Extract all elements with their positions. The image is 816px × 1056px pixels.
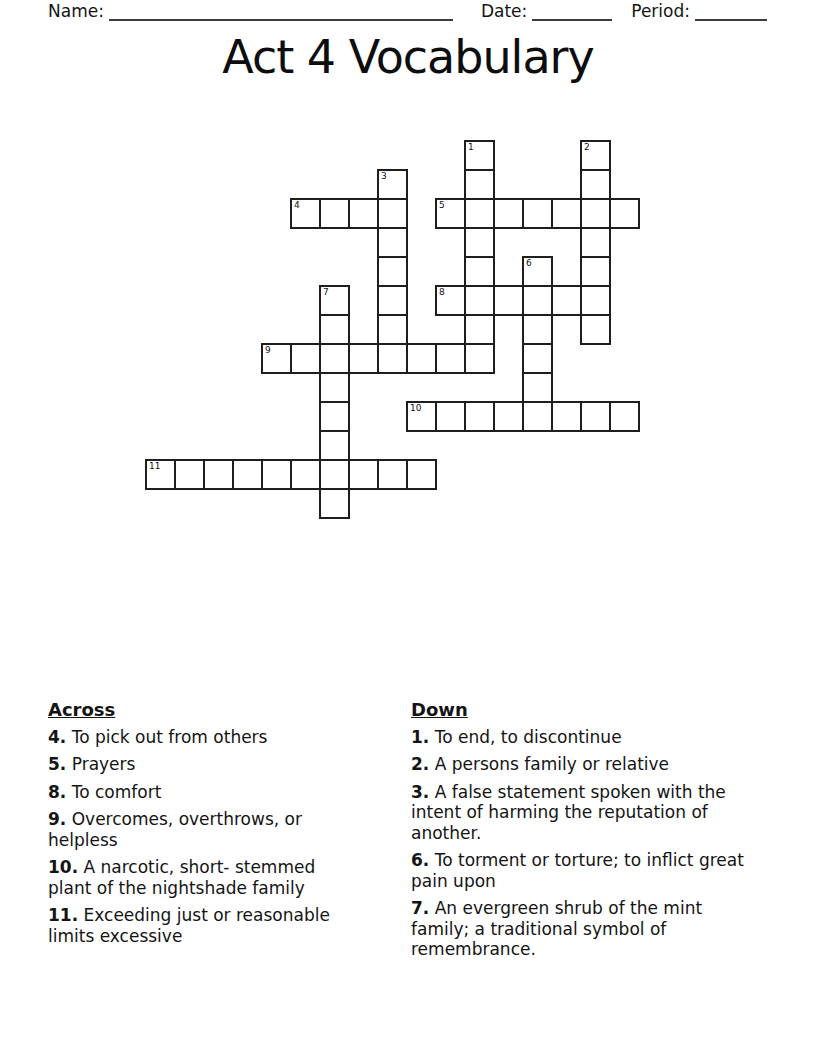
crossword-grid: 1234567891011 — [145, 140, 640, 519]
grid-cell-r1c11[interactable] — [464, 169, 495, 200]
cell-number-4: 4 — [294, 201, 300, 210]
across-heading: Across — [48, 700, 363, 721]
worksheet-header: Name:Date:Period: — [48, 1, 776, 21]
grid-cell-r5c6[interactable]: 7 — [319, 285, 350, 316]
across-clue-4: 4. To pick out from others — [48, 727, 363, 748]
grid-cell-r9c16[interactable] — [609, 401, 640, 432]
period-label: Period: — [631, 1, 690, 21]
grid-cell-r7c5[interactable] — [290, 343, 321, 374]
grid-cell-r3c8[interactable] — [377, 227, 408, 258]
grid-cell-r9c11[interactable] — [464, 401, 495, 432]
grid-cell-r2c11[interactable] — [464, 198, 495, 229]
name-blank-line[interactable] — [109, 14, 453, 21]
name-label: Name: — [48, 1, 104, 21]
grid-cell-r5c14[interactable] — [551, 285, 582, 316]
grid-cell-r5c8[interactable] — [377, 285, 408, 316]
grid-cell-r9c14[interactable] — [551, 401, 582, 432]
period-blank-line[interactable] — [695, 14, 767, 21]
cell-number-1: 1 — [468, 143, 474, 152]
grid-cell-r6c8[interactable] — [377, 314, 408, 345]
grid-cell-r2c6[interactable] — [319, 198, 350, 229]
grid-cell-r2c13[interactable] — [522, 198, 553, 229]
across-clue-5: 5. Prayers — [48, 754, 363, 775]
grid-cell-r11c7[interactable] — [348, 459, 379, 490]
grid-cell-r7c4[interactable]: 9 — [261, 343, 292, 374]
grid-cell-r11c0[interactable]: 11 — [145, 459, 176, 490]
down-clue-3: 3. A false statement spoken with the int… — [411, 782, 749, 844]
grid-cell-r3c15[interactable] — [580, 227, 611, 258]
down-clue-1: 1. To end, to discontinue — [411, 727, 749, 748]
grid-cell-r4c13[interactable]: 6 — [522, 256, 553, 287]
grid-cell-r7c7[interactable] — [348, 343, 379, 374]
grid-cell-r2c15[interactable] — [580, 198, 611, 229]
grid-cell-r8c6[interactable] — [319, 372, 350, 403]
grid-cell-r11c4[interactable] — [261, 459, 292, 490]
across-clues-section: Across 4. To pick out from others5. Pray… — [48, 700, 363, 953]
grid-cell-r5c10[interactable]: 8 — [435, 285, 466, 316]
grid-cell-r5c15[interactable] — [580, 285, 611, 316]
across-clue-8: 8. To comfort — [48, 782, 363, 803]
down-clue-7: 7. An evergreen shrub of the mint family… — [411, 898, 749, 960]
grid-cell-r7c8[interactable] — [377, 343, 408, 374]
cell-number-7: 7 — [323, 288, 329, 297]
cell-number-5: 5 — [439, 201, 445, 210]
cell-number-6: 6 — [526, 259, 532, 268]
grid-cell-r2c5[interactable]: 4 — [290, 198, 321, 229]
grid-cell-r0c11[interactable]: 1 — [464, 140, 495, 171]
grid-cell-r6c6[interactable] — [319, 314, 350, 345]
down-clue-list: 1. To end, to discontinue2. A persons fa… — [411, 727, 749, 960]
page-title: Act 4 Vocabulary — [0, 30, 816, 84]
date-label: Date: — [481, 1, 527, 21]
worksheet-page: Name:Date:Period: Act 4 Vocabulary 12345… — [0, 0, 816, 1056]
grid-cell-r5c11[interactable] — [464, 285, 495, 316]
cell-number-11: 11 — [149, 462, 160, 471]
across-clue-list: 4. To pick out from others5. Prayers8. T… — [48, 727, 363, 947]
cell-number-3: 3 — [381, 172, 387, 181]
grid-cell-r10c6[interactable] — [319, 430, 350, 461]
grid-cell-r5c13[interactable] — [522, 285, 553, 316]
down-clue-6: 6. To torment or torture; to inflict gre… — [411, 850, 749, 891]
grid-cell-r6c15[interactable] — [580, 314, 611, 345]
grid-cell-r2c7[interactable] — [348, 198, 379, 229]
grid-cell-r9c10[interactable] — [435, 401, 466, 432]
grid-cell-r2c12[interactable] — [493, 198, 524, 229]
grid-cell-r3c11[interactable] — [464, 227, 495, 258]
across-clue-11: 11. Exceeding just or reasonable limits … — [48, 905, 363, 946]
down-clue-2: 2. A persons family or relative — [411, 754, 749, 775]
date-blank-line[interactable] — [532, 14, 612, 21]
grid-cell-r2c14[interactable] — [551, 198, 582, 229]
grid-cell-r11c1[interactable] — [174, 459, 205, 490]
down-heading: Down — [411, 700, 749, 721]
grid-cell-r4c15[interactable] — [580, 256, 611, 287]
grid-cell-r11c9[interactable] — [406, 459, 437, 490]
grid-cell-r11c3[interactable] — [232, 459, 263, 490]
grid-cell-r2c8[interactable] — [377, 198, 408, 229]
grid-cell-r7c13[interactable] — [522, 343, 553, 374]
grid-cell-r7c9[interactable] — [406, 343, 437, 374]
grid-cell-r7c10[interactable] — [435, 343, 466, 374]
across-clue-9: 9. Overcomes, overthrows, or helpless — [48, 809, 363, 850]
grid-cell-r7c11[interactable] — [464, 343, 495, 374]
cell-number-10: 10 — [410, 404, 421, 413]
cell-number-2: 2 — [584, 143, 590, 152]
grid-cell-r11c2[interactable] — [203, 459, 234, 490]
grid-cell-r2c16[interactable] — [609, 198, 640, 229]
grid-cell-r9c6[interactable] — [319, 401, 350, 432]
across-clue-10: 10. A narcotic, short- stemmed plant of … — [48, 857, 363, 898]
grid-cell-r9c9[interactable]: 10 — [406, 401, 437, 432]
grid-cell-r11c8[interactable] — [377, 459, 408, 490]
grid-cell-r1c15[interactable] — [580, 169, 611, 200]
cell-number-9: 9 — [265, 346, 271, 355]
grid-cell-r8c13[interactable] — [522, 372, 553, 403]
grid-cell-r12c6[interactable] — [319, 488, 350, 519]
grid-cell-r11c5[interactable] — [290, 459, 321, 490]
grid-cell-r6c11[interactable] — [464, 314, 495, 345]
grid-cell-r2c10[interactable]: 5 — [435, 198, 466, 229]
grid-cell-r9c13[interactable] — [522, 401, 553, 432]
grid-cell-r6c13[interactable] — [522, 314, 553, 345]
grid-cell-r9c15[interactable] — [580, 401, 611, 432]
grid-cell-r1c8[interactable]: 3 — [377, 169, 408, 200]
down-clues-section: Down 1. To end, to discontinue2. A perso… — [411, 700, 749, 967]
grid-cell-r0c15[interactable]: 2 — [580, 140, 611, 171]
cell-number-8: 8 — [439, 288, 445, 297]
grid-cell-r4c8[interactable] — [377, 256, 408, 287]
grid-cell-r9c12[interactable] — [493, 401, 524, 432]
grid-cell-r11c6[interactable] — [319, 459, 350, 490]
grid-cell-r4c11[interactable] — [464, 256, 495, 287]
grid-cell-r7c6[interactable] — [319, 343, 350, 374]
grid-cell-r5c12[interactable] — [493, 285, 524, 316]
